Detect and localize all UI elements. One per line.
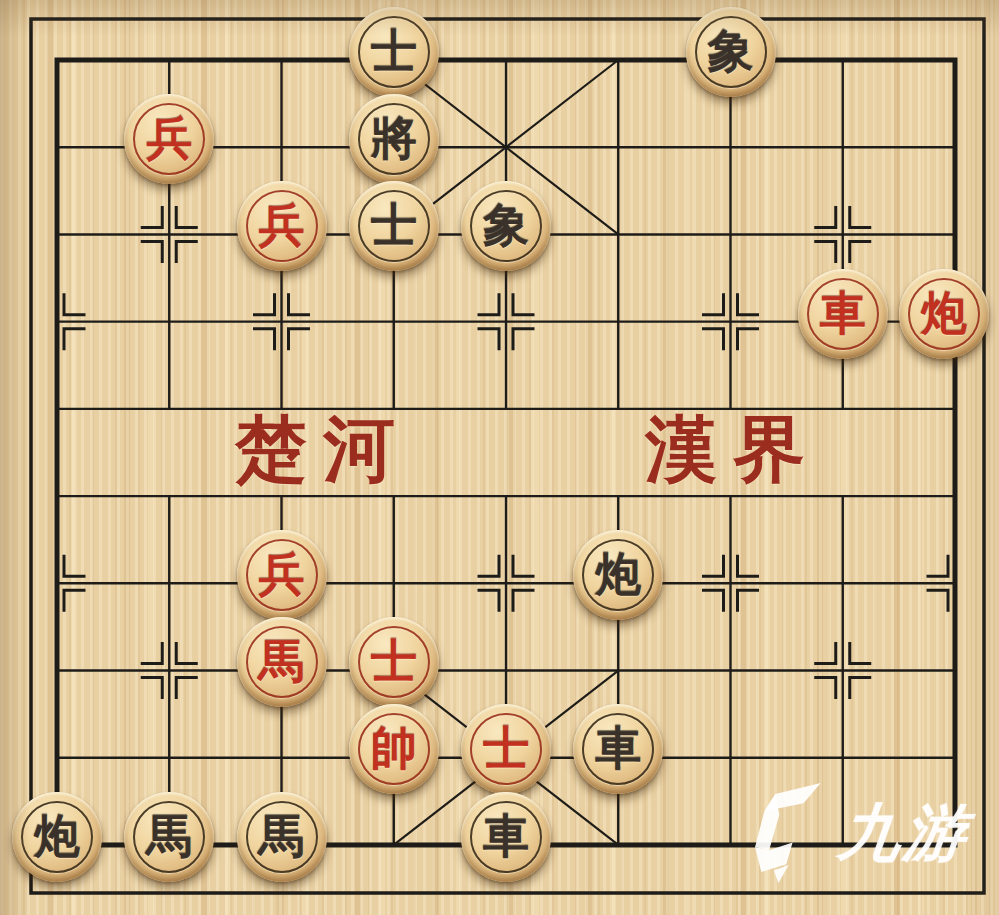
piece-glyph: 炮: [34, 813, 80, 859]
piece-red-chariot[interactable]: 車: [798, 269, 888, 359]
piece-glyph: 象: [708, 28, 754, 74]
board-cell: 帥: [338, 714, 450, 801]
board-cell: 象: [450, 191, 562, 278]
board-cell: 炮: [1, 801, 113, 888]
piece-black-horse[interactable]: 馬: [124, 792, 214, 882]
piece-red-advisor[interactable]: 士: [461, 704, 551, 794]
piece-black-cannon[interactable]: 炮: [12, 792, 102, 882]
piece-glyph: 炮: [921, 290, 967, 336]
board-cell: 馬: [113, 801, 225, 888]
piece-glyph: 車: [483, 813, 529, 859]
piece-black-general[interactable]: 將: [349, 94, 439, 184]
piece-glyph: 馬: [259, 638, 305, 684]
piece-glyph: 帥: [371, 725, 417, 771]
board-cell: 炮: [562, 540, 674, 627]
piece-glyph: 士: [371, 638, 417, 684]
piece-glyph: 象: [483, 202, 529, 248]
piece-glyph: 兵: [259, 551, 305, 597]
piece-glyph: 兵: [146, 115, 192, 161]
piece-red-pawn[interactable]: 兵: [237, 530, 327, 620]
board-cell: 車: [562, 714, 674, 801]
board-cell: 士: [338, 627, 450, 714]
piece-red-pawn[interactable]: 兵: [124, 94, 214, 184]
pieces-grid: 士象兵將兵士象車炮兵炮馬士帥士車炮馬馬車: [1, 16, 999, 888]
piece-glyph: 兵: [259, 202, 305, 248]
piece-black-cannon[interactable]: 炮: [573, 530, 663, 620]
board-cell: 將: [338, 104, 450, 191]
board-cell: 馬: [225, 801, 337, 888]
piece-glyph: 將: [371, 115, 417, 161]
board-cell: 兵: [225, 191, 337, 278]
piece-red-horse[interactable]: 馬: [237, 617, 327, 707]
board-cell: 士: [338, 191, 450, 278]
piece-glyph: 士: [371, 28, 417, 74]
piece-glyph: 士: [371, 202, 417, 248]
piece-red-pawn[interactable]: 兵: [237, 181, 327, 271]
board-cell: 象: [674, 16, 786, 103]
piece-glyph: 馬: [259, 813, 305, 859]
piece-red-advisor[interactable]: 士: [349, 617, 439, 707]
piece-glyph: 車: [820, 290, 866, 336]
board-cell: 兵: [225, 540, 337, 627]
piece-glyph: 車: [595, 725, 641, 771]
piece-black-advisor[interactable]: 士: [349, 181, 439, 271]
piece-glyph: 馬: [146, 813, 192, 859]
board-cell: 士: [450, 714, 562, 801]
piece-glyph: 炮: [595, 551, 641, 597]
board-cell: 士: [338, 16, 450, 103]
piece-black-elephant[interactable]: 象: [686, 7, 776, 97]
board-cell: 車: [450, 801, 562, 888]
xiangqi-board: 楚河 漢界 士象兵將兵士象車炮兵炮馬士帥士車炮馬馬車 九游: [0, 0, 999, 915]
piece-red-general[interactable]: 帥: [349, 704, 439, 794]
piece-black-horse[interactable]: 馬: [237, 792, 327, 882]
board-cell: 馬: [225, 627, 337, 714]
piece-black-chariot[interactable]: 車: [573, 704, 663, 794]
board-cell: 炮: [899, 278, 999, 365]
piece-glyph: 士: [483, 725, 529, 771]
piece-black-elephant[interactable]: 象: [461, 181, 551, 271]
piece-red-cannon[interactable]: 炮: [899, 269, 989, 359]
board-cell: 兵: [113, 104, 225, 191]
piece-black-advisor[interactable]: 士: [349, 7, 439, 97]
board-cell: 車: [787, 278, 899, 365]
piece-black-chariot[interactable]: 車: [461, 792, 551, 882]
